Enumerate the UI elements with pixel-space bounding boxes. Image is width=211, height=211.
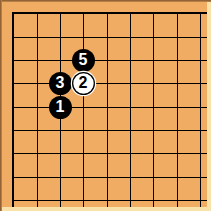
continuation-strip-bottom [0,207,211,211]
grid-line-horizontal [12,153,207,154]
grid-line-horizontal [12,107,207,108]
grid-line-horizontal [12,200,207,201]
continuation-strip-right [207,0,211,211]
go-board: 1352 [0,0,211,211]
board-frame-top [0,0,211,2]
stone-black-5: 5 [72,49,95,72]
grid-line-horizontal [12,60,207,61]
grid-line-horizontal [12,83,207,84]
grid-line-horizontal [12,177,207,178]
board-frame-left [0,0,2,211]
stone-black-3: 3 [49,72,72,95]
grid-line-horizontal [12,37,207,38]
grid-line-horizontal [12,130,207,131]
grid-line-horizontal [12,12,207,14]
stone-white-2: 2 [72,72,95,95]
stone-black-1: 1 [49,96,72,119]
